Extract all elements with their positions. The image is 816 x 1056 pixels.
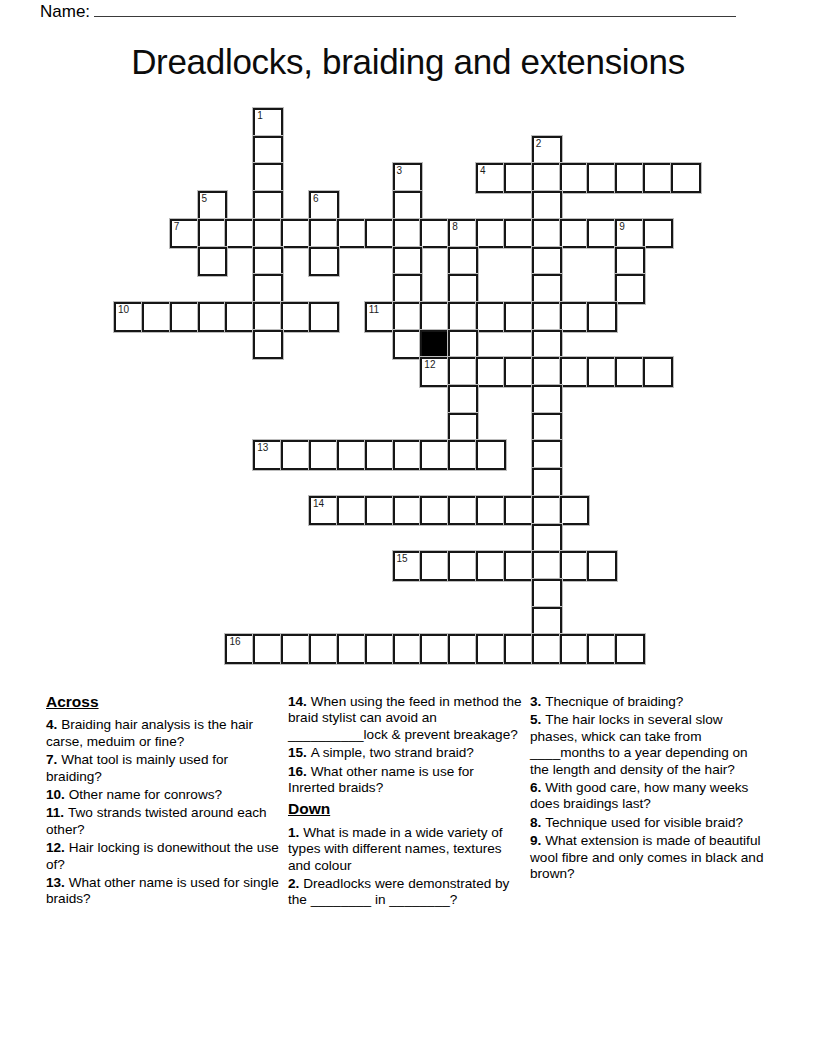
grid-cell[interactable] — [504, 163, 534, 193]
grid-cell[interactable] — [253, 634, 283, 664]
clue-column-1: Across4. Braiding hair analysis is the h… — [46, 694, 283, 910]
grid-cell[interactable]: 5 — [198, 191, 228, 221]
clue-column-3: 3. Thecnique of braiding?5. The hair loc… — [530, 694, 768, 884]
grid-cell[interactable] — [448, 357, 478, 387]
grid-cell[interactable] — [476, 634, 506, 664]
grid-cell[interactable] — [532, 302, 562, 332]
grid-cell[interactable] — [532, 219, 562, 249]
grid-cell[interactable] — [448, 274, 478, 304]
grid-cell[interactable] — [476, 496, 506, 526]
grid-cell[interactable] — [587, 357, 617, 387]
grid-cell[interactable] — [448, 330, 478, 360]
clue-number-label: 12 — [424, 359, 435, 370]
grid-cell[interactable] — [532, 440, 562, 470]
clue-number-label: 8 — [452, 221, 458, 232]
grid-cell[interactable] — [532, 274, 562, 304]
grid-cell[interactable] — [225, 302, 255, 332]
grid-cell[interactable] — [393, 274, 423, 304]
crossword-grid: 12345678910111213141516 — [114, 108, 706, 674]
grid-cell[interactable] — [643, 357, 673, 387]
grid-cell[interactable] — [420, 496, 450, 526]
clue-text: What is made in a wide variety of types … — [288, 825, 503, 873]
clue-number-label: 6 — [313, 193, 319, 204]
clue-number: 3. — [530, 694, 545, 709]
clue-number: 8. — [530, 815, 545, 830]
clue-d1: 1. What is made in a wide variety of typ… — [288, 825, 523, 874]
clue-number-label: 16 — [229, 636, 240, 647]
clue-text: Dreadlocks were demonstrated by the ____… — [288, 876, 509, 907]
grid-cell[interactable] — [393, 496, 423, 526]
grid-cell[interactable] — [393, 302, 423, 332]
grid-cell[interactable] — [532, 579, 562, 609]
clue-text: What tool is mainly used for braiding? — [46, 752, 228, 783]
grid-cell[interactable] — [337, 219, 367, 249]
clue-d3: 3. Thecnique of braiding? — [530, 694, 768, 710]
grid-cell[interactable] — [309, 634, 339, 664]
grid-cell[interactable] — [309, 219, 339, 249]
grid-cell[interactable]: 6 — [309, 191, 339, 221]
grid-cell[interactable] — [253, 247, 283, 277]
grid-cell[interactable] — [476, 219, 506, 249]
grid-cell[interactable]: 9 — [615, 219, 645, 249]
grid-cell[interactable] — [198, 302, 228, 332]
clue-a13: 13. What other name is used for single b… — [46, 875, 283, 908]
grid-cell[interactable] — [253, 191, 283, 221]
grid-cell[interactable]: 10 — [114, 302, 144, 332]
grid-cell[interactable] — [532, 496, 562, 526]
grid-cell[interactable]: 12 — [420, 357, 450, 387]
clue-number: 4. — [46, 717, 61, 732]
clue-text: When using the feed in method the braid … — [288, 694, 522, 742]
grid-cell[interactable] — [281, 302, 311, 332]
grid-cell[interactable] — [253, 136, 283, 166]
grid-cell[interactable] — [532, 357, 562, 387]
grid-cell[interactable] — [393, 634, 423, 664]
grid-cell[interactable] — [253, 219, 283, 249]
grid-cell[interactable] — [587, 219, 617, 249]
clue-text: Two strands twisted around each other? — [46, 805, 267, 836]
grid-cell[interactable] — [309, 440, 339, 470]
clue-number: 12. — [46, 840, 69, 855]
grid-cell[interactable]: 2 — [532, 136, 562, 166]
clues-section-header: Down — [288, 801, 523, 817]
clue-number-label: 5 — [202, 193, 208, 204]
grid-cell[interactable]: 7 — [170, 219, 200, 249]
grid-cell[interactable] — [253, 302, 283, 332]
grid-cell[interactable] — [643, 219, 673, 249]
grid-cell[interactable] — [337, 496, 367, 526]
grid-cell[interactable] — [225, 219, 255, 249]
grid-cell[interactable] — [504, 357, 534, 387]
grid-cell[interactable] — [448, 247, 478, 277]
clue-number-label: 11 — [369, 304, 379, 315]
grid-cell[interactable] — [448, 551, 478, 581]
grid-cell[interactable] — [504, 302, 534, 332]
grid-cell[interactable] — [365, 496, 395, 526]
grid-cell[interactable] — [420, 634, 450, 664]
grid-cell[interactable] — [393, 219, 423, 249]
grid-cell[interactable] — [253, 330, 283, 360]
grid-cell[interactable]: 15 — [393, 551, 423, 581]
grid-cell[interactable] — [560, 551, 590, 581]
grid-cell[interactable] — [532, 607, 562, 637]
clue-number: 11. — [46, 805, 68, 820]
grid-cell[interactable] — [253, 163, 283, 193]
grid-cell[interactable] — [532, 191, 562, 221]
grid-cell[interactable] — [532, 551, 562, 581]
clue-a11: 11. Two strands twisted around each othe… — [46, 805, 283, 838]
grid-cell[interactable] — [532, 163, 562, 193]
grid-cell[interactable] — [253, 274, 283, 304]
clue-number-label: 2 — [536, 138, 542, 149]
grid-cell[interactable] — [615, 247, 645, 277]
clue-a10: 10. Other name for conrows? — [46, 787, 283, 803]
name-row: Name: — [40, 2, 750, 22]
clue-number: 9. — [530, 833, 545, 848]
clue-number: 10. — [46, 787, 69, 802]
grid-cell[interactable] — [393, 330, 423, 360]
grid-cell[interactable] — [587, 634, 617, 664]
grid-cell[interactable] — [476, 357, 506, 387]
grid-cell[interactable]: 11 — [365, 302, 395, 332]
clue-a15: 15. A simple, two strand braid? — [288, 745, 523, 761]
grid-cell[interactable] — [448, 413, 478, 443]
grid-cell[interactable] — [504, 496, 534, 526]
grid-cell[interactable] — [532, 385, 562, 415]
clue-text: Braiding hair analysis is the hair carse… — [46, 717, 253, 748]
clue-number: 5. — [530, 712, 545, 727]
grid-cell[interactable] — [671, 163, 701, 193]
grid-cell[interactable] — [615, 634, 645, 664]
clue-number-label: 9 — [619, 221, 625, 232]
clue-number: 15. — [288, 745, 311, 760]
clue-d2: 2. Dreadlocks were demonstrated by the _… — [288, 876, 523, 909]
worksheet-page: { "page": { "name_label": "Name:", "titl… — [0, 0, 816, 1056]
clue-number-label: 15 — [397, 553, 408, 564]
clue-text: Technique used for visible braid? — [545, 815, 743, 830]
grid-cell[interactable] — [309, 247, 339, 277]
clue-text: Thecnique of braiding? — [545, 694, 683, 709]
grid-cell[interactable] — [615, 357, 645, 387]
grid-cell[interactable] — [643, 163, 673, 193]
clue-number-label: 10 — [118, 304, 129, 315]
grid-cell[interactable] — [420, 551, 450, 581]
clue-number: 13. — [46, 875, 69, 890]
grid-cell[interactable] — [504, 219, 534, 249]
clue-d9: 9. What extension is made of beautiful w… — [530, 833, 768, 882]
clue-number-label: 4 — [480, 165, 486, 176]
clue-text: What other name is use for Inrerted brai… — [288, 764, 474, 795]
grid-cell[interactable] — [532, 330, 562, 360]
grid-cell[interactable] — [532, 634, 562, 664]
grid-cell[interactable] — [476, 302, 506, 332]
clue-a14: 14. When using the feed in method the br… — [288, 694, 523, 743]
clue-a4: 4. Braiding hair analysis is the hair ca… — [46, 717, 283, 750]
grid-cell[interactable] — [532, 247, 562, 277]
clue-number-label: 1 — [257, 110, 263, 121]
grid-cell[interactable] — [198, 247, 228, 277]
grid-cell[interactable] — [420, 219, 450, 249]
grid-cell[interactable] — [393, 191, 423, 221]
clue-text: Hair locking is donewithout the use of? — [46, 840, 279, 871]
clue-number: 7. — [46, 752, 61, 767]
page-title: Dreadlocks, braiding and extensions — [0, 42, 816, 82]
clue-number-label: 13 — [257, 442, 268, 453]
grid-cell[interactable] — [615, 274, 645, 304]
blocked-cell — [420, 330, 450, 360]
grid-cell[interactable]: 16 — [225, 634, 255, 664]
grid-cell[interactable] — [448, 385, 478, 415]
clue-text: Other name for conrows? — [69, 787, 222, 802]
clue-text: What other name is used for single braid… — [46, 875, 279, 906]
clue-text: The hair locks in several slow phases, w… — [530, 712, 748, 776]
clue-number-label: 14 — [313, 498, 324, 509]
grid-cell[interactable] — [532, 413, 562, 443]
clue-column-2: 14. When using the feed in method the br… — [288, 694, 523, 911]
grid-cell[interactable] — [170, 302, 200, 332]
clue-number: 16. — [288, 764, 311, 779]
clue-number: 2. — [288, 876, 303, 891]
clue-number: 14. — [288, 694, 311, 709]
grid-cell[interactable] — [587, 302, 617, 332]
grid-cell[interactable] — [504, 551, 534, 581]
grid-cell[interactable] — [615, 163, 645, 193]
grid-cell[interactable] — [560, 302, 590, 332]
grid-cell[interactable]: 14 — [309, 496, 339, 526]
clue-a12: 12. Hair locking is donewithout the use … — [46, 840, 283, 873]
grid-cell[interactable] — [281, 219, 311, 249]
grid-cell[interactable] — [560, 163, 590, 193]
grid-cell[interactable] — [420, 302, 450, 332]
grid-cell[interactable] — [532, 524, 562, 554]
grid-cell[interactable]: 13 — [253, 440, 283, 470]
grid-cell[interactable]: 8 — [448, 219, 478, 249]
grid-cell[interactable] — [142, 302, 172, 332]
name-label: Name: — [40, 2, 90, 21]
clue-d5: 5. The hair locks in several slow phases… — [530, 712, 768, 778]
grid-cell[interactable] — [504, 634, 534, 664]
grid-cell[interactable]: 4 — [476, 163, 506, 193]
clue-text: With good care, how many weeks does brai… — [530, 780, 748, 811]
clue-number: 1. — [288, 825, 303, 840]
grid-cell[interactable] — [365, 634, 395, 664]
grid-cell[interactable] — [393, 247, 423, 277]
grid-cell[interactable] — [448, 302, 478, 332]
grid-cell[interactable] — [281, 634, 311, 664]
clue-d6: 6. With good care, how many weeks does b… — [530, 780, 768, 813]
name-input-line[interactable] — [94, 3, 736, 17]
grid-cell[interactable] — [476, 551, 506, 581]
grid-cell[interactable] — [420, 440, 450, 470]
clue-number-label: 3 — [397, 165, 403, 176]
clue-text: A simple, two strand braid? — [311, 745, 474, 760]
grid-cell[interactable]: 1 — [253, 108, 283, 138]
clue-a16: 16. What other name is use for Inrerted … — [288, 764, 523, 797]
grid-cell[interactable] — [309, 302, 339, 332]
clue-d8: 8. Technique used for visible braid? — [530, 815, 768, 831]
grid-cell[interactable] — [337, 634, 367, 664]
grid-cell[interactable] — [587, 163, 617, 193]
clues-section-header: Across — [46, 694, 283, 710]
clue-a7: 7. What tool is mainly used for braiding… — [46, 752, 283, 785]
grid-cell[interactable] — [587, 551, 617, 581]
grid-cell[interactable] — [532, 468, 562, 498]
grid-cell[interactable] — [337, 440, 367, 470]
grid-cell[interactable] — [560, 634, 590, 664]
clue-number-label: 7 — [174, 221, 180, 232]
grid-cell[interactable] — [448, 634, 478, 664]
grid-cell[interactable] — [560, 357, 590, 387]
grid-cell[interactable] — [476, 440, 506, 470]
grid-cell[interactable] — [365, 219, 395, 249]
grid-cell[interactable] — [198, 219, 228, 249]
grid-cell[interactable] — [393, 440, 423, 470]
grid-cell[interactable] — [560, 219, 590, 249]
grid-cell[interactable] — [365, 440, 395, 470]
grid-cell[interactable] — [560, 496, 590, 526]
grid-cell[interactable] — [448, 496, 478, 526]
clue-number: 6. — [530, 780, 545, 795]
grid-cell[interactable]: 3 — [393, 163, 423, 193]
grid-cell[interactable] — [448, 440, 478, 470]
grid-cell[interactable] — [281, 440, 311, 470]
clue-text: What extension is made of beautiful wool… — [530, 833, 764, 881]
